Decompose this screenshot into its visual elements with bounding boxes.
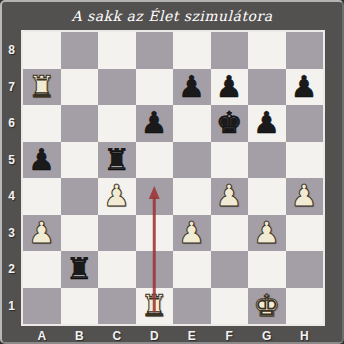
- piece-bP-d6[interactable]: ♟: [141, 108, 168, 138]
- piece-wP-c4[interactable]: ♟: [103, 181, 130, 211]
- file-label-D: D: [136, 327, 174, 344]
- square-g4[interactable]: [248, 178, 286, 215]
- square-g2[interactable]: [248, 251, 286, 288]
- square-c4[interactable]: ♟: [98, 178, 136, 215]
- square-b1[interactable]: [61, 288, 99, 325]
- square-c3[interactable]: [98, 215, 136, 252]
- square-b6[interactable]: [61, 105, 99, 142]
- square-e1[interactable]: [173, 288, 211, 325]
- square-a8[interactable]: [23, 32, 61, 69]
- square-e2[interactable]: [173, 251, 211, 288]
- piece-bP-a5[interactable]: ♟: [28, 145, 55, 175]
- rank-label-4: 4: [2, 178, 21, 215]
- square-d4[interactable]: [136, 178, 174, 215]
- square-g6[interactable]: ♟: [248, 105, 286, 142]
- square-e4[interactable]: [173, 178, 211, 215]
- square-e7[interactable]: ♟: [173, 69, 211, 106]
- file-label-F: F: [211, 327, 249, 344]
- square-a2[interactable]: [23, 251, 61, 288]
- square-f5[interactable]: [211, 142, 249, 179]
- square-a4[interactable]: [23, 178, 61, 215]
- square-g1[interactable]: ♚: [248, 288, 286, 325]
- rank-label-2: 2: [2, 251, 21, 288]
- file-labels: ABCDEFGH: [23, 327, 323, 344]
- chess-diagram-frame: A sakk az Élet szimulátora 87654321 ♜♟♟♟…: [0, 0, 344, 344]
- square-d5[interactable]: [136, 142, 174, 179]
- square-c8[interactable]: [98, 32, 136, 69]
- piece-bR-b2[interactable]: ♜: [66, 254, 93, 284]
- square-g8[interactable]: [248, 32, 286, 69]
- square-g5[interactable]: [248, 142, 286, 179]
- rank-label-7: 7: [2, 69, 21, 106]
- rank-label-1: 1: [2, 288, 21, 325]
- square-h4[interactable]: ♟: [286, 178, 324, 215]
- square-a3[interactable]: ♟: [23, 215, 61, 252]
- square-h6[interactable]: [286, 105, 324, 142]
- piece-wK-g1[interactable]: ♚: [253, 291, 280, 321]
- diagram-title: A sakk az Élet szimulátora: [72, 8, 273, 24]
- title-bar: A sakk az Élet szimulátora: [2, 2, 342, 30]
- chess-board[interactable]: ♜♟♟♟♟♚♟♟♜♟♟♟♟♟♟♜♜♚: [21, 30, 325, 326]
- file-label-G: G: [248, 327, 286, 344]
- rank-labels: 87654321: [2, 32, 21, 324]
- square-f7[interactable]: ♟: [211, 69, 249, 106]
- file-label-A: A: [23, 327, 61, 344]
- piece-bK-f6[interactable]: ♚: [216, 108, 243, 138]
- rank-label-6: 6: [2, 105, 21, 142]
- file-label-H: H: [286, 327, 324, 344]
- square-c7[interactable]: [98, 69, 136, 106]
- square-d7[interactable]: [136, 69, 174, 106]
- rank-label-3: 3: [2, 215, 21, 252]
- piece-wP-f4[interactable]: ♟: [216, 181, 243, 211]
- file-label-C: C: [98, 327, 136, 344]
- piece-wP-h4[interactable]: ♟: [291, 181, 318, 211]
- square-h5[interactable]: [286, 142, 324, 179]
- square-h3[interactable]: [286, 215, 324, 252]
- piece-bR-c5[interactable]: ♜: [103, 145, 130, 175]
- square-f1[interactable]: [211, 288, 249, 325]
- square-f3[interactable]: [211, 215, 249, 252]
- file-label-E: E: [173, 327, 211, 344]
- square-d2[interactable]: [136, 251, 174, 288]
- piece-wR-a7[interactable]: ♜: [28, 72, 55, 102]
- square-h7[interactable]: ♟: [286, 69, 324, 106]
- square-b4[interactable]: [61, 178, 99, 215]
- square-a1[interactable]: [23, 288, 61, 325]
- rank-label-8: 8: [2, 32, 21, 69]
- square-h1[interactable]: [286, 288, 324, 325]
- square-b5[interactable]: [61, 142, 99, 179]
- square-e5[interactable]: [173, 142, 211, 179]
- square-d3[interactable]: [136, 215, 174, 252]
- rank-label-5: 5: [2, 142, 21, 179]
- piece-wP-a3[interactable]: ♟: [28, 218, 55, 248]
- square-a7[interactable]: ♜: [23, 69, 61, 106]
- square-c1[interactable]: [98, 288, 136, 325]
- square-f2[interactable]: [211, 251, 249, 288]
- square-b3[interactable]: [61, 215, 99, 252]
- square-h8[interactable]: [286, 32, 324, 69]
- square-f8[interactable]: [211, 32, 249, 69]
- file-label-B: B: [61, 327, 99, 344]
- piece-bP-h7[interactable]: ♟: [291, 72, 318, 102]
- square-f6[interactable]: ♚: [211, 105, 249, 142]
- piece-wP-g3[interactable]: ♟: [253, 218, 280, 248]
- piece-wP-e3[interactable]: ♟: [178, 218, 205, 248]
- square-b2[interactable]: ♜: [61, 251, 99, 288]
- square-e8[interactable]: [173, 32, 211, 69]
- square-c5[interactable]: ♜: [98, 142, 136, 179]
- square-a6[interactable]: [23, 105, 61, 142]
- square-c6[interactable]: [98, 105, 136, 142]
- piece-wR-d1[interactable]: ♜: [141, 291, 168, 321]
- square-d6[interactable]: ♟: [136, 105, 174, 142]
- square-g7[interactable]: [248, 69, 286, 106]
- piece-bP-g6[interactable]: ♟: [253, 108, 280, 138]
- piece-bP-e7[interactable]: ♟: [178, 72, 205, 102]
- square-d1[interactable]: ♜: [136, 288, 174, 325]
- square-f4[interactable]: ♟: [211, 178, 249, 215]
- square-g3[interactable]: ♟: [248, 215, 286, 252]
- square-e3[interactable]: ♟: [173, 215, 211, 252]
- square-h2[interactable]: [286, 251, 324, 288]
- square-c2[interactable]: [98, 251, 136, 288]
- square-a5[interactable]: ♟: [23, 142, 61, 179]
- piece-bP-f7[interactable]: ♟: [216, 72, 243, 102]
- square-d8[interactable]: [136, 32, 174, 69]
- square-b7[interactable]: [61, 69, 99, 106]
- square-e6[interactable]: [173, 105, 211, 142]
- square-b8[interactable]: [61, 32, 99, 69]
